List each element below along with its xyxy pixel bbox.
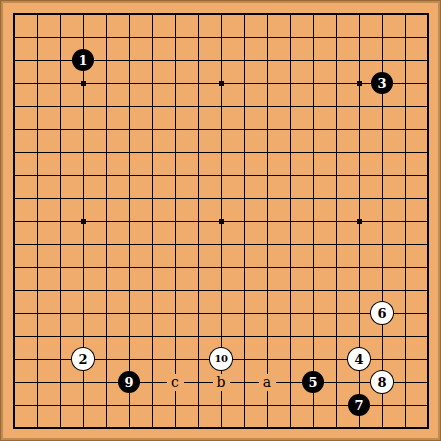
stone-black-1: 1 [72, 49, 94, 71]
go-board: abc12345678910 [0, 0, 441, 441]
star-point [81, 219, 86, 224]
point-label-a: a [259, 374, 276, 391]
stone-black-7: 7 [348, 394, 370, 416]
stone-white-8: 8 [371, 371, 393, 393]
star-point [81, 81, 86, 86]
star-point [357, 219, 362, 224]
star-point [219, 81, 224, 86]
goban-grid: abc12345678910 [3, 3, 440, 440]
point-label-c: c [167, 374, 184, 391]
stone-white-4: 4 [348, 348, 370, 370]
stone-white-2: 2 [72, 348, 94, 370]
stone-black-9: 9 [118, 371, 140, 393]
star-point [357, 81, 362, 86]
point-label-b: b [213, 374, 230, 391]
stone-white-6: 6 [371, 302, 393, 324]
stone-black-3: 3 [371, 72, 393, 94]
stone-black-5: 5 [302, 371, 324, 393]
stone-white-10: 10 [210, 348, 232, 370]
star-point [219, 219, 224, 224]
